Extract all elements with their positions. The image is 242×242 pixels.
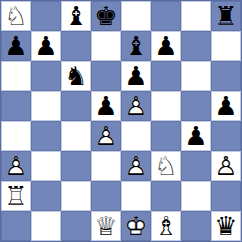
piece-black-queen-icon[interactable]: ♛	[211, 211, 241, 241]
square-h4[interactable]	[211, 121, 241, 151]
square-g8[interactable]	[181, 1, 211, 31]
square-b8[interactable]	[31, 1, 61, 31]
piece-white-pawn-icon[interactable]: ♟♙	[91, 121, 121, 151]
black-piece-glyph: ♟	[181, 121, 211, 151]
piece-black-knight-icon[interactable]: ♞	[61, 61, 91, 91]
square-a4[interactable]	[1, 121, 31, 151]
square-d7[interactable]	[91, 31, 121, 61]
chess-board: ♞♘♝♚♜♟♟♝♟♞♟♟♟♙♟♟♙♟♟♙♟♙♞♘♟♙♜♖♛♕♚♔♝♗♛	[0, 0, 242, 242]
piece-white-king-icon[interactable]: ♚♔	[121, 211, 151, 241]
piece-white-bishop-icon[interactable]: ♝♗	[151, 211, 181, 241]
piece-white-knight-icon[interactable]: ♞♘	[1, 1, 31, 31]
piece-white-pawn-icon[interactable]: ♟♙	[121, 151, 151, 181]
piece-black-bishop-icon[interactable]: ♝	[61, 1, 91, 31]
black-piece-glyph: ♝	[121, 31, 151, 61]
square-c3[interactable]	[61, 151, 91, 181]
square-c7[interactable]	[61, 31, 91, 61]
square-a5[interactable]	[1, 91, 31, 121]
square-c8[interactable]: ♝	[61, 1, 91, 31]
square-b7[interactable]: ♟	[31, 31, 61, 61]
square-e7[interactable]: ♝	[121, 31, 151, 61]
piece-black-pawn-icon[interactable]: ♟	[151, 31, 181, 61]
square-d8[interactable]: ♚	[91, 1, 121, 31]
square-e3[interactable]: ♟♙	[121, 151, 151, 181]
square-b5[interactable]	[31, 91, 61, 121]
square-h3[interactable]: ♟♙	[211, 151, 241, 181]
square-g4[interactable]: ♟	[181, 121, 211, 151]
square-f6[interactable]	[151, 61, 181, 91]
square-b3[interactable]	[31, 151, 61, 181]
square-g1[interactable]	[181, 211, 211, 241]
black-piece-glyph: ♞	[61, 61, 91, 91]
square-f8[interactable]	[151, 1, 181, 31]
square-g6[interactable]	[181, 61, 211, 91]
square-c6[interactable]: ♞	[61, 61, 91, 91]
piece-black-pawn-icon[interactable]: ♟	[121, 61, 151, 91]
black-piece-glyph: ♜	[211, 1, 241, 31]
piece-white-pawn-icon[interactable]: ♟♙	[121, 91, 151, 121]
square-d5[interactable]: ♟	[91, 91, 121, 121]
square-h2[interactable]	[211, 181, 241, 211]
piece-white-pawn-icon[interactable]: ♟♙	[1, 151, 31, 181]
black-piece-glyph: ♟	[121, 61, 151, 91]
square-d6[interactable]	[91, 61, 121, 91]
square-h7[interactable]	[211, 31, 241, 61]
square-d2[interactable]	[91, 181, 121, 211]
piece-white-rook-icon[interactable]: ♜♖	[1, 181, 31, 211]
square-h8[interactable]: ♜	[211, 1, 241, 31]
square-b1[interactable]	[31, 211, 61, 241]
square-f2[interactable]	[151, 181, 181, 211]
square-b4[interactable]	[31, 121, 61, 151]
piece-black-rook-icon[interactable]: ♜	[211, 1, 241, 31]
white-piece-outline: ♖	[1, 181, 31, 211]
piece-white-knight-icon[interactable]: ♞♘	[151, 151, 181, 181]
white-piece-outline: ♙	[121, 151, 151, 181]
piece-black-bishop-icon[interactable]: ♝	[121, 31, 151, 61]
square-e5[interactable]: ♟♙	[121, 91, 151, 121]
square-c4[interactable]	[61, 121, 91, 151]
black-piece-glyph: ♟	[91, 91, 121, 121]
piece-black-king-icon[interactable]: ♚	[91, 1, 121, 31]
square-b6[interactable]	[31, 61, 61, 91]
white-piece-outline: ♕	[91, 211, 121, 241]
square-e8[interactable]	[121, 1, 151, 31]
square-h1[interactable]: ♛	[211, 211, 241, 241]
piece-black-pawn-icon[interactable]: ♟	[31, 31, 61, 61]
square-a6[interactable]	[1, 61, 31, 91]
square-c5[interactable]	[61, 91, 91, 121]
black-piece-glyph: ♟	[211, 91, 241, 121]
white-piece-outline: ♙	[121, 91, 151, 121]
black-piece-glyph: ♚	[91, 1, 121, 31]
white-piece-outline: ♗	[151, 211, 181, 241]
square-a8[interactable]: ♞♘	[1, 1, 31, 31]
square-g7[interactable]	[181, 31, 211, 61]
piece-black-pawn-icon[interactable]: ♟	[91, 91, 121, 121]
square-a3[interactable]: ♟♙	[1, 151, 31, 181]
white-piece-outline: ♘	[151, 151, 181, 181]
piece-black-pawn-icon[interactable]: ♟	[1, 31, 31, 61]
square-e4[interactable]	[121, 121, 151, 151]
square-f5[interactable]	[151, 91, 181, 121]
black-piece-glyph: ♟	[1, 31, 31, 61]
square-c2[interactable]	[61, 181, 91, 211]
square-a7[interactable]: ♟	[1, 31, 31, 61]
square-a1[interactable]	[1, 211, 31, 241]
square-f3[interactable]: ♞♘	[151, 151, 181, 181]
square-e6[interactable]: ♟	[121, 61, 151, 91]
square-c1[interactable]	[61, 211, 91, 241]
white-piece-outline: ♘	[1, 1, 31, 31]
white-piece-outline: ♔	[121, 211, 151, 241]
white-piece-outline: ♙	[91, 121, 121, 151]
square-e1[interactable]: ♚♔	[121, 211, 151, 241]
square-d4[interactable]: ♟♙	[91, 121, 121, 151]
piece-white-queen-icon[interactable]: ♛♕	[91, 211, 121, 241]
square-d3[interactable]	[91, 151, 121, 181]
black-piece-glyph: ♛	[211, 211, 241, 241]
piece-black-pawn-icon[interactable]: ♟	[181, 121, 211, 151]
white-piece-outline: ♙	[211, 151, 241, 181]
square-g2[interactable]	[181, 181, 211, 211]
square-a2[interactable]: ♜♖	[1, 181, 31, 211]
square-f4[interactable]	[151, 121, 181, 151]
black-piece-glyph: ♝	[61, 1, 91, 31]
square-h6[interactable]	[211, 61, 241, 91]
piece-black-pawn-icon[interactable]: ♟	[211, 91, 241, 121]
square-h5[interactable]: ♟	[211, 91, 241, 121]
square-f7[interactable]: ♟	[151, 31, 181, 61]
black-piece-glyph: ♟	[151, 31, 181, 61]
square-f1[interactable]: ♝♗	[151, 211, 181, 241]
white-piece-outline: ♙	[1, 151, 31, 181]
square-b2[interactable]	[31, 181, 61, 211]
piece-white-pawn-icon[interactable]: ♟♙	[211, 151, 241, 181]
square-e2[interactable]	[121, 181, 151, 211]
square-d1[interactable]: ♛♕	[91, 211, 121, 241]
square-g5[interactable]	[181, 91, 211, 121]
square-g3[interactable]	[181, 151, 211, 181]
black-piece-glyph: ♟	[31, 31, 61, 61]
